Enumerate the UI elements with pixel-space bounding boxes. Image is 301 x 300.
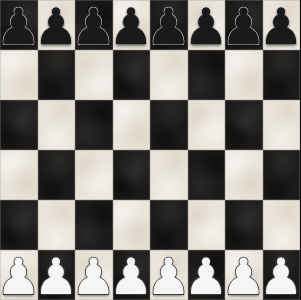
square-g6[interactable]: ♟ xyxy=(225,0,263,50)
square-a3[interactable] xyxy=(0,150,38,200)
square-d3[interactable] xyxy=(113,150,151,200)
square-b3[interactable] xyxy=(38,150,76,200)
square-b6[interactable]: ♟ xyxy=(38,0,76,50)
square-f6[interactable]: ♟ xyxy=(188,0,226,50)
square-h2[interactable] xyxy=(263,200,301,250)
square-f3[interactable] xyxy=(188,150,226,200)
square-h6[interactable]: ♟ xyxy=(263,0,301,50)
square-h5[interactable] xyxy=(263,50,301,100)
square-b5[interactable] xyxy=(38,50,76,100)
square-d1[interactable]: ♟ xyxy=(113,250,151,300)
square-g5[interactable] xyxy=(225,50,263,100)
square-g4[interactable] xyxy=(225,100,263,150)
square-d6[interactable]: ♟ xyxy=(113,0,151,50)
square-f1[interactable]: ♟ xyxy=(188,250,226,300)
square-e4[interactable] xyxy=(150,100,188,150)
square-h4[interactable] xyxy=(263,100,301,150)
square-c3[interactable] xyxy=(75,150,113,200)
square-e3[interactable] xyxy=(150,150,188,200)
square-c6[interactable]: ♟ xyxy=(75,0,113,50)
square-a2[interactable] xyxy=(0,200,38,250)
square-d5[interactable] xyxy=(113,50,151,100)
square-e5[interactable] xyxy=(150,50,188,100)
square-g1[interactable]: ♟ xyxy=(225,250,263,300)
square-d4[interactable] xyxy=(113,100,151,150)
square-a4[interactable] xyxy=(0,100,38,150)
square-b2[interactable] xyxy=(38,200,76,250)
square-g2[interactable] xyxy=(225,200,263,250)
square-e6[interactable]: ♟ xyxy=(150,0,188,50)
white-pawn[interactable]: ♟ xyxy=(259,252,300,300)
square-h1[interactable]: ♟ xyxy=(263,250,301,300)
square-f5[interactable] xyxy=(188,50,226,100)
square-c2[interactable] xyxy=(75,200,113,250)
square-h3[interactable] xyxy=(263,150,301,200)
square-a6[interactable]: ♟ xyxy=(0,0,38,50)
square-c5[interactable] xyxy=(75,50,113,100)
chess-board: ♟♟♟♟♟♟♟♟♟♟♟♟♟♟♟♟ xyxy=(0,0,300,300)
square-f4[interactable] xyxy=(188,100,226,150)
square-e1[interactable]: ♟ xyxy=(150,250,188,300)
square-c4[interactable] xyxy=(75,100,113,150)
square-d2[interactable] xyxy=(113,200,151,250)
square-a5[interactable] xyxy=(0,50,38,100)
square-b4[interactable] xyxy=(38,100,76,150)
square-e2[interactable] xyxy=(150,200,188,250)
square-a1[interactable]: ♟ xyxy=(0,250,38,300)
square-c1[interactable]: ♟ xyxy=(75,250,113,300)
square-g3[interactable] xyxy=(225,150,263,200)
square-f2[interactable] xyxy=(188,200,226,250)
square-b1[interactable]: ♟ xyxy=(38,250,76,300)
black-pawn[interactable]: ♟ xyxy=(259,2,300,52)
